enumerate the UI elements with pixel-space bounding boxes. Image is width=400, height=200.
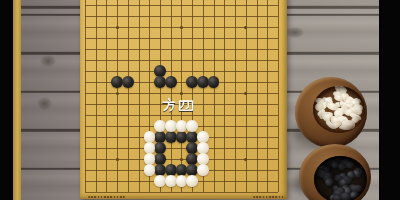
black-stone — [154, 142, 166, 154]
star-point — [244, 92, 247, 95]
white-bowl-stone — [338, 125, 351, 131]
board-print-left — [88, 196, 125, 199]
white-stone — [197, 153, 209, 165]
grid-line — [171, 0, 172, 192]
star-point — [180, 26, 183, 29]
board-edge-strip — [13, 0, 21, 200]
white-stone — [165, 120, 177, 132]
bowl-of-white-stones — [295, 77, 367, 148]
star-point — [244, 158, 247, 161]
white-stone — [144, 164, 156, 176]
white-stone — [197, 131, 209, 143]
black-stone — [154, 65, 166, 77]
wood-knot — [40, 55, 56, 67]
black-stone — [165, 131, 177, 143]
caption-glyphs — [160, 97, 194, 113]
black-stone — [208, 76, 220, 88]
star-point — [180, 92, 183, 95]
white-stone — [144, 153, 156, 165]
grid-line — [139, 0, 140, 192]
white-stone — [144, 142, 156, 154]
black-stone — [165, 76, 177, 88]
black-bowl-opening — [314, 156, 367, 200]
grid-line — [235, 0, 236, 192]
black-stone — [197, 76, 209, 88]
white-stone — [197, 142, 209, 154]
black-stone — [165, 164, 177, 176]
grid-line — [106, 0, 107, 192]
star-point — [244, 26, 247, 29]
grid-line — [85, 0, 86, 192]
video-frame: 方四 — [0, 0, 400, 200]
grid-line — [278, 0, 279, 192]
star-point — [116, 92, 119, 95]
go-board-grid — [85, 0, 278, 192]
grid-line — [181, 0, 182, 192]
wood-knot — [37, 97, 52, 110]
white-stone — [144, 131, 156, 143]
caption-square-four: 方四 — [160, 97, 194, 113]
grid-line — [224, 0, 225, 192]
grid-line — [246, 0, 247, 192]
grid-line — [117, 0, 118, 192]
board-print-right — [253, 196, 284, 199]
grid-line — [85, 115, 278, 116]
grid-line — [214, 0, 215, 192]
black-stone — [122, 76, 134, 88]
white-stone — [165, 175, 177, 187]
star-point — [116, 26, 119, 29]
star-point — [116, 158, 119, 161]
grid-line — [85, 148, 278, 149]
grid-line — [257, 0, 258, 192]
wood-knot — [286, 27, 304, 38]
grid-line — [96, 0, 97, 192]
white-stone — [197, 164, 209, 176]
grid-line — [85, 192, 278, 193]
star-point — [180, 158, 183, 161]
white-bowl-opening — [313, 86, 365, 133]
grid-line — [267, 0, 268, 192]
white-stone — [186, 120, 198, 132]
black-stone — [154, 153, 166, 165]
white-stone — [186, 175, 198, 187]
grid-line — [128, 0, 129, 192]
